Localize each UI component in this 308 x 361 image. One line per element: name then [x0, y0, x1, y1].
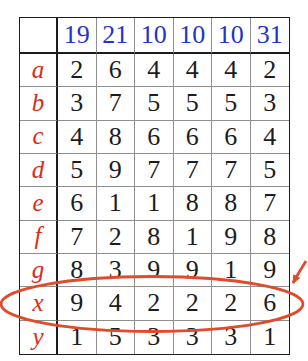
- cell-y-0: 1: [58, 321, 97, 354]
- cell-g-2: 9: [135, 254, 174, 287]
- cell-a-0: 2: [58, 54, 97, 87]
- cell-d-4: 7: [212, 154, 251, 187]
- cell-y-3: 3: [174, 321, 213, 354]
- row-label-b: b: [20, 87, 58, 120]
- cell-x-5: 6: [251, 287, 290, 320]
- cell-d-5: 5: [251, 154, 290, 187]
- cell-x-3: 2: [174, 287, 213, 320]
- cell-g-1: 3: [97, 254, 136, 287]
- cell-g-5: 9: [251, 254, 290, 287]
- cell-x-2: 2: [135, 287, 174, 320]
- cell-c-4: 6: [212, 121, 251, 154]
- cell-f-5: 8: [251, 221, 290, 254]
- cell-d-0: 5: [58, 154, 97, 187]
- cell-b-5: 3: [251, 87, 290, 120]
- cell-d-2: 7: [135, 154, 174, 187]
- cell-d-1: 9: [97, 154, 136, 187]
- row-label-f: f: [20, 221, 58, 254]
- cell-g-4: 1: [212, 254, 251, 287]
- cell-b-1: 7: [97, 87, 136, 120]
- cell-c-0: 4: [58, 121, 97, 154]
- row-label-a: a: [20, 54, 58, 87]
- cell-a-5: 2: [251, 54, 290, 87]
- cell-y-4: 3: [212, 321, 251, 354]
- corner-cell: [20, 18, 58, 54]
- cell-e-0: 6: [58, 187, 97, 220]
- cell-c-3: 6: [174, 121, 213, 154]
- col-header-5: 31: [251, 18, 290, 54]
- col-header-3: 10: [174, 18, 213, 54]
- cell-f-4: 9: [212, 221, 251, 254]
- cell-a-3: 4: [174, 54, 213, 87]
- col-header-2: 10: [135, 18, 174, 54]
- cell-e-1: 1: [97, 187, 136, 220]
- cell-x-4: 2: [212, 287, 251, 320]
- cell-g-0: 8: [58, 254, 97, 287]
- cell-c-1: 8: [97, 121, 136, 154]
- cell-f-3: 1: [174, 221, 213, 254]
- cell-e-5: 7: [251, 187, 290, 220]
- cell-e-3: 8: [174, 187, 213, 220]
- cell-x-1: 4: [97, 287, 136, 320]
- row-label-y: y: [20, 321, 58, 354]
- cell-a-4: 4: [212, 54, 251, 87]
- row-label-x: x: [20, 287, 58, 320]
- pointer-arrow: [293, 261, 306, 283]
- cell-d-3: 7: [174, 154, 213, 187]
- row-label-e: e: [20, 187, 58, 220]
- cell-c-2: 6: [135, 121, 174, 154]
- cell-f-1: 2: [97, 221, 136, 254]
- row-label-d: d: [20, 154, 58, 187]
- cell-a-2: 4: [135, 54, 174, 87]
- row-label-c: c: [20, 121, 58, 154]
- cell-y-5: 1: [251, 321, 290, 354]
- col-header-0: 19: [58, 18, 97, 54]
- cell-y-1: 5: [97, 321, 136, 354]
- cell-c-5: 4: [251, 121, 290, 154]
- grid: 192110101031a264442b375553c486664d597775…: [19, 17, 290, 355]
- cell-x-0: 9: [58, 287, 97, 320]
- cell-b-4: 5: [212, 87, 251, 120]
- cell-y-2: 3: [135, 321, 174, 354]
- cell-g-3: 9: [174, 254, 213, 287]
- cell-f-0: 7: [58, 221, 97, 254]
- col-header-1: 21: [97, 18, 136, 54]
- cell-e-4: 8: [212, 187, 251, 220]
- cell-b-2: 5: [135, 87, 174, 120]
- cell-b-3: 5: [174, 87, 213, 120]
- cell-b-0: 3: [58, 87, 97, 120]
- cell-f-2: 8: [135, 221, 174, 254]
- col-header-4: 10: [212, 18, 251, 54]
- cell-e-2: 1: [135, 187, 174, 220]
- row-label-g: g: [20, 254, 58, 287]
- cell-a-1: 6: [97, 54, 136, 87]
